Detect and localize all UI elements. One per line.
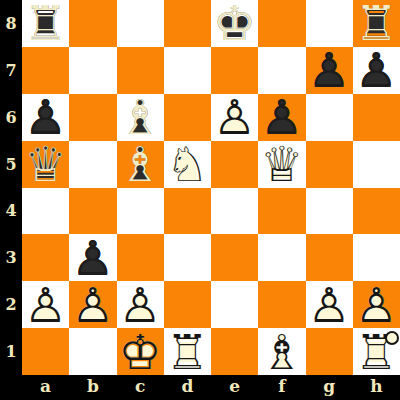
rank-label-3: 3: [0, 234, 22, 281]
piece-white-pawn[interactable]: ♟♙: [353, 281, 400, 328]
square-f1[interactable]: ♝♗: [258, 328, 305, 375]
piece-white-pawn[interactable]: ♟♙: [117, 281, 164, 328]
square-h1[interactable]: ♜♖: [353, 328, 400, 375]
piece-white-pawn[interactable]: ♟♙: [211, 94, 258, 141]
piece-black-pawn[interactable]: ♟♙: [258, 94, 305, 141]
square-c5[interactable]: ♝♗: [117, 141, 164, 188]
piece-black-queen[interactable]: ♛♕: [22, 141, 69, 188]
square-b3[interactable]: ♟♙: [69, 234, 116, 281]
white-pawn-glyph-outline: ♙: [353, 281, 400, 328]
rank-label-4: 4: [0, 188, 22, 235]
square-e7[interactable]: [211, 47, 258, 94]
white-king-glyph-outline: ♔: [117, 328, 164, 375]
piece-white-knight[interactable]: ♞♘: [164, 141, 211, 188]
rank-label-1: 1: [0, 328, 22, 375]
square-b7[interactable]: [69, 47, 116, 94]
piece-white-rook[interactable]: ♜♖: [164, 328, 211, 375]
white-pawn-glyph-outline: ♙: [69, 281, 116, 328]
square-e5[interactable]: [211, 141, 258, 188]
square-g2[interactable]: ♟♙: [306, 281, 353, 328]
square-d3[interactable]: [164, 234, 211, 281]
square-d7[interactable]: [164, 47, 211, 94]
square-b6[interactable]: [69, 94, 116, 141]
black-bishop-glyph-outline: ♗: [117, 141, 164, 188]
piece-white-queen[interactable]: ♛♕: [258, 141, 305, 188]
square-a8[interactable]: ♜♖: [22, 0, 69, 47]
black-rook-glyph-outline: ♖: [22, 0, 69, 47]
white-rook-glyph-outline: ♖: [164, 328, 211, 375]
square-h8[interactable]: ♜♖: [353, 0, 400, 47]
file-label-a: a: [22, 375, 69, 400]
square-d4[interactable]: [164, 188, 211, 235]
square-e1[interactable]: [211, 328, 258, 375]
file-label-h: h: [353, 375, 400, 400]
black-pawn-glyph-outline: ♙: [353, 47, 400, 94]
file-label-e: e: [211, 375, 258, 400]
white-pawn-glyph-outline: ♙: [211, 94, 258, 141]
square-c1[interactable]: ♚♔: [117, 328, 164, 375]
white-pawn-glyph-outline: ♙: [22, 281, 69, 328]
rank-label-7: 7: [0, 47, 22, 94]
square-g4[interactable]: [306, 188, 353, 235]
piece-black-pawn[interactable]: ♟♙: [353, 47, 400, 94]
square-e6[interactable]: ♟♙: [211, 94, 258, 141]
square-g8[interactable]: [306, 0, 353, 47]
square-e4[interactable]: [211, 188, 258, 235]
piece-white-bishop[interactable]: ♝♗: [258, 328, 305, 375]
square-c8[interactable]: [117, 0, 164, 47]
square-a5[interactable]: ♛♕: [22, 141, 69, 188]
white-pawn-glyph-outline: ♙: [306, 281, 353, 328]
square-g5[interactable]: [306, 141, 353, 188]
square-d5[interactable]: ♞♘: [164, 141, 211, 188]
square-e3[interactable]: [211, 234, 258, 281]
square-d2[interactable]: [164, 281, 211, 328]
white-knight-glyph-outline: ♘: [164, 141, 211, 188]
file-label-f: f: [258, 375, 305, 400]
piece-white-pawn[interactable]: ♟♙: [306, 281, 353, 328]
piece-white-pawn[interactable]: ♟♙: [69, 281, 116, 328]
square-f4[interactable]: [258, 188, 305, 235]
square-b1[interactable]: [69, 328, 116, 375]
piece-black-pawn[interactable]: ♟♙: [22, 94, 69, 141]
black-pawn-glyph-outline: ♙: [69, 234, 116, 281]
square-e8[interactable]: ♚♔: [211, 0, 258, 47]
square-a7[interactable]: [22, 47, 69, 94]
square-h7[interactable]: ♟♙: [353, 47, 400, 94]
square-g6[interactable]: [306, 94, 353, 141]
square-g3[interactable]: [306, 234, 353, 281]
square-b4[interactable]: [69, 188, 116, 235]
square-d8[interactable]: [164, 0, 211, 47]
square-e2[interactable]: [211, 281, 258, 328]
square-d1[interactable]: ♜♖: [164, 328, 211, 375]
square-a1[interactable]: [22, 328, 69, 375]
black-pawn-glyph-outline: ♙: [258, 94, 305, 141]
square-h2[interactable]: ♟♙: [353, 281, 400, 328]
piece-black-king[interactable]: ♚♔: [211, 0, 258, 47]
square-f7[interactable]: [258, 47, 305, 94]
rank-label-6: 6: [0, 94, 22, 141]
piece-black-bishop[interactable]: ♝♗: [117, 94, 164, 141]
white-bishop-glyph-outline: ♗: [258, 328, 305, 375]
square-b2[interactable]: ♟♙: [69, 281, 116, 328]
square-a2[interactable]: ♟♙: [22, 281, 69, 328]
white-queen-glyph-outline: ♕: [258, 141, 305, 188]
file-labels: abcdefgh: [22, 375, 400, 400]
square-h5[interactable]: [353, 141, 400, 188]
square-h4[interactable]: [353, 188, 400, 235]
square-b5[interactable]: [69, 141, 116, 188]
square-c4[interactable]: [117, 188, 164, 235]
square-d6[interactable]: [164, 94, 211, 141]
rank-labels: 87654321: [0, 0, 22, 375]
square-c7[interactable]: [117, 47, 164, 94]
square-h6[interactable]: [353, 94, 400, 141]
black-pawn-glyph-outline: ♙: [22, 94, 69, 141]
piece-white-pawn[interactable]: ♟♙: [22, 281, 69, 328]
black-rook-glyph-outline: ♖: [353, 0, 400, 47]
file-label-d: d: [164, 375, 211, 400]
square-a3[interactable]: [22, 234, 69, 281]
chess-board-diagram: 87654321 ♜♖♚♔♜♖♟♙♟♙♟♙♝♗♟♙♟♙♛♕♝♗♞♘♛♕♟♙♟♙♟…: [0, 0, 400, 400]
square-f8[interactable]: [258, 0, 305, 47]
square-c6[interactable]: ♝♗: [117, 94, 164, 141]
white-pawn-glyph-outline: ♙: [117, 281, 164, 328]
black-pawn-glyph-outline: ♙: [306, 47, 353, 94]
square-a6[interactable]: ♟♙: [22, 94, 69, 141]
black-king-glyph-outline: ♔: [211, 0, 258, 47]
piece-black-pawn[interactable]: ♟♙: [69, 234, 116, 281]
square-b8[interactable]: [69, 0, 116, 47]
piece-black-rook[interactable]: ♜♖: [353, 0, 400, 47]
rank-label-5: 5: [0, 141, 22, 188]
piece-black-bishop[interactable]: ♝♗: [117, 141, 164, 188]
square-f3[interactable]: [258, 234, 305, 281]
black-queen-glyph-outline: ♕: [22, 141, 69, 188]
black-bishop-glyph-outline: ♗: [117, 94, 164, 141]
file-label-b: b: [69, 375, 116, 400]
square-h3[interactable]: [353, 234, 400, 281]
square-f5[interactable]: ♛♕: [258, 141, 305, 188]
square-c2[interactable]: ♟♙: [117, 281, 164, 328]
rank-label-2: 2: [0, 281, 22, 328]
rank-label-8: 8: [0, 0, 22, 47]
file-label-c: c: [117, 375, 164, 400]
square-c3[interactable]: [117, 234, 164, 281]
square-a4[interactable]: [22, 188, 69, 235]
piece-black-pawn[interactable]: ♟♙: [306, 47, 353, 94]
square-g1[interactable]: [306, 328, 353, 375]
file-label-g: g: [306, 375, 353, 400]
chess-board: ♜♖♚♔♜♖♟♙♟♙♟♙♝♗♟♙♟♙♛♕♝♗♞♘♛♕♟♙♟♙♟♙♟♙♟♙♟♙♚♔…: [22, 0, 400, 375]
piece-white-king[interactable]: ♚♔: [117, 328, 164, 375]
square-f2[interactable]: [258, 281, 305, 328]
square-g7[interactable]: ♟♙: [306, 47, 353, 94]
square-f6[interactable]: ♟♙: [258, 94, 305, 141]
piece-black-rook[interactable]: ♜♖: [22, 0, 69, 47]
